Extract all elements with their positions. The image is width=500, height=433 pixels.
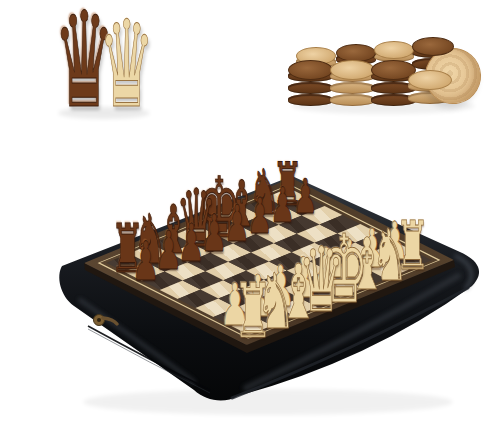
base-shadow [83, 389, 453, 415]
product-photo-stage: ♛♛ ♜♞♝♛♚♝♞♜♟♟♟♟♟♟♟♟♟♟♟♟♟♟♟♟♜♞♝♛♚♝♞♜ [0, 0, 500, 433]
queens-shadow [58, 107, 150, 119]
